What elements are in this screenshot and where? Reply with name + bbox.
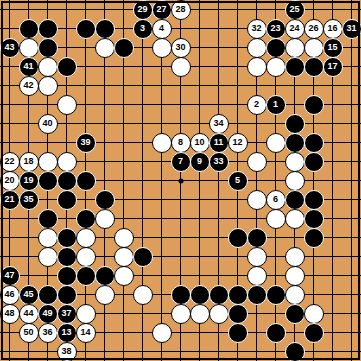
white-stone — [76, 228, 96, 248]
white-stone — [171, 304, 191, 324]
white-stone — [152, 38, 172, 58]
white-stone — [95, 38, 115, 58]
white-stone: 16 — [323, 19, 343, 39]
black-stone — [38, 171, 58, 191]
black-stone — [95, 266, 115, 286]
black-stone — [266, 38, 286, 58]
black-stone — [228, 228, 248, 248]
white-stone — [304, 38, 324, 58]
black-stone: 33 — [209, 152, 229, 172]
black-stone — [57, 190, 77, 210]
white-stone — [247, 38, 267, 58]
black-stone — [304, 95, 324, 115]
black-stone: 9 — [190, 152, 210, 172]
white-stone — [304, 304, 324, 324]
white-stone: 10 — [190, 133, 210, 153]
white-stone: 44 — [19, 304, 39, 324]
black-stone: 27 — [152, 0, 172, 20]
black-stone — [304, 209, 324, 229]
black-stone: 45 — [19, 285, 39, 305]
black-stone — [114, 38, 134, 58]
black-stone — [19, 19, 39, 39]
black-stone: 19 — [19, 171, 39, 191]
white-stone: 50 — [19, 323, 39, 343]
white-stone — [152, 323, 172, 343]
white-stone — [38, 76, 58, 96]
white-stone: 48 — [0, 304, 20, 324]
white-stone: 34 — [209, 114, 229, 134]
white-stone — [285, 171, 305, 191]
white-stone — [57, 95, 77, 115]
white-stone — [38, 228, 58, 248]
white-stone — [57, 152, 77, 172]
white-stone — [38, 247, 58, 267]
black-stone — [76, 266, 96, 286]
white-stone — [247, 266, 267, 286]
white-stone: 28 — [171, 0, 191, 20]
black-stone — [228, 304, 248, 324]
black-stone — [76, 19, 96, 39]
white-stone — [247, 152, 267, 172]
black-stone: 31 — [342, 19, 361, 39]
white-stone — [76, 247, 96, 267]
black-stone: 17 — [323, 57, 343, 77]
black-stone — [228, 323, 248, 343]
white-stone: 30 — [171, 38, 191, 58]
black-stone — [247, 285, 267, 305]
black-stone: 25 — [285, 0, 305, 20]
white-stone: 42 — [19, 76, 39, 96]
white-stone: 14 — [76, 323, 96, 343]
black-stone — [304, 323, 324, 343]
white-stone — [114, 266, 134, 286]
black-stone — [38, 209, 58, 229]
black-stone: 49 — [38, 304, 58, 324]
black-stone: 7 — [171, 152, 191, 172]
black-stone: 13 — [57, 323, 77, 343]
white-stone: 20 — [0, 171, 20, 191]
white-stone: 22 — [0, 152, 20, 172]
hoshi-point — [178, 178, 183, 183]
black-stone — [304, 152, 324, 172]
black-stone — [38, 285, 58, 305]
white-stone: 8 — [171, 133, 191, 153]
white-stone — [171, 57, 191, 77]
black-stone — [247, 228, 267, 248]
black-stone — [285, 342, 305, 361]
white-stone — [247, 57, 267, 77]
black-stone: 37 — [57, 304, 77, 324]
white-stone — [247, 190, 267, 210]
white-stone — [285, 266, 305, 286]
white-stone — [266, 133, 286, 153]
white-stone: 12 — [228, 133, 248, 153]
black-stone — [285, 114, 305, 134]
black-stone: 21 — [0, 190, 20, 210]
white-stone — [266, 209, 286, 229]
black-stone: 41 — [19, 57, 39, 77]
white-stone — [19, 38, 39, 58]
white-stone — [76, 304, 96, 324]
black-stone — [304, 57, 324, 77]
black-stone — [266, 285, 286, 305]
black-stone — [38, 19, 58, 39]
go-board-diagram: 2927282534322324261631433015411742214034… — [0, 0, 361, 361]
white-stone — [152, 133, 172, 153]
black-stone — [285, 304, 305, 324]
black-stone — [304, 133, 324, 153]
white-stone — [209, 304, 229, 324]
white-stone — [190, 304, 210, 324]
white-stone: 36 — [38, 323, 58, 343]
white-stone: 46 — [0, 285, 20, 305]
black-stone — [57, 57, 77, 77]
white-stone — [95, 209, 115, 229]
white-stone — [114, 247, 134, 267]
white-stone: 18 — [19, 152, 39, 172]
black-stone: 43 — [0, 38, 20, 58]
black-stone — [171, 285, 191, 305]
black-stone: 15 — [323, 38, 343, 58]
black-stone — [57, 247, 77, 267]
white-stone — [95, 285, 115, 305]
black-stone — [304, 190, 324, 210]
white-stone: 6 — [266, 190, 286, 210]
black-stone — [285, 190, 305, 210]
black-stone: 3 — [133, 19, 153, 39]
white-stone: 24 — [285, 19, 305, 39]
black-stone — [76, 171, 96, 191]
black-stone — [133, 247, 153, 267]
black-stone — [190, 285, 210, 305]
black-stone — [57, 228, 77, 248]
white-stone — [266, 57, 286, 77]
white-stone — [285, 285, 305, 305]
black-stone — [95, 190, 115, 210]
black-stone — [76, 209, 96, 229]
white-stone: 32 — [247, 19, 267, 39]
white-stone — [285, 38, 305, 58]
black-stone: 5 — [228, 171, 248, 191]
black-stone: 35 — [19, 190, 39, 210]
black-stone — [57, 266, 77, 286]
black-stone — [57, 171, 77, 191]
white-stone — [285, 247, 305, 267]
black-stone — [285, 133, 305, 153]
white-stone — [285, 209, 305, 229]
black-stone — [285, 57, 305, 77]
white-stone — [38, 152, 58, 172]
white-stone — [38, 57, 58, 77]
white-stone: 38 — [57, 342, 77, 361]
white-stone: 2 — [247, 95, 267, 115]
black-stone — [209, 285, 229, 305]
go-board[interactable]: 2927282534322324261631433015411742214034… — [0, 0, 361, 361]
black-stone — [228, 285, 248, 305]
black-stone: 47 — [0, 266, 20, 286]
white-stone — [285, 152, 305, 172]
black-stone — [304, 228, 324, 248]
white-stone — [247, 247, 267, 267]
black-stone: 23 — [266, 19, 286, 39]
white-stone: 26 — [304, 19, 324, 39]
black-stone — [266, 323, 286, 343]
black-stone — [95, 19, 115, 39]
black-stone: 11 — [209, 133, 229, 153]
black-stone: 1 — [266, 95, 286, 115]
white-stone — [133, 285, 153, 305]
black-stone: 39 — [76, 133, 96, 153]
white-stone — [114, 228, 134, 248]
white-stone: 4 — [152, 19, 172, 39]
black-stone — [57, 285, 77, 305]
black-stone: 29 — [133, 0, 153, 20]
black-stone — [38, 38, 58, 58]
white-stone: 40 — [38, 114, 58, 134]
